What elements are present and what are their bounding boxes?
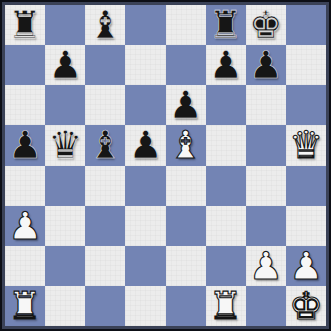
- square-c1[interactable]: [85, 286, 125, 326]
- square-e7[interactable]: [166, 45, 206, 85]
- square-b2[interactable]: [45, 246, 85, 286]
- black-bishop[interactable]: ♝: [88, 5, 122, 45]
- square-g8[interactable]: ♚: [246, 5, 286, 45]
- square-e1[interactable]: [166, 286, 206, 326]
- square-f6[interactable]: [206, 85, 246, 125]
- square-b3[interactable]: [45, 206, 85, 246]
- square-b4[interactable]: [45, 166, 85, 206]
- square-f5[interactable]: [206, 125, 246, 165]
- square-e2[interactable]: [166, 246, 206, 286]
- square-e6[interactable]: ♟: [166, 85, 206, 125]
- black-bishop[interactable]: ♝: [88, 125, 122, 165]
- black-rook[interactable]: ♜: [8, 5, 42, 45]
- square-c7[interactable]: [85, 45, 125, 85]
- square-h7[interactable]: [286, 45, 326, 85]
- black-pawn[interactable]: ♟: [128, 125, 162, 165]
- square-c6[interactable]: [85, 85, 125, 125]
- white-bishop[interactable]: ♝: [169, 125, 203, 165]
- square-f1[interactable]: ♜: [206, 286, 246, 326]
- square-f4[interactable]: [206, 166, 246, 206]
- square-b1[interactable]: [45, 286, 85, 326]
- chess-board: ♜♝♜♚♟♟♟♟♟♛♝♟♝♛♟♟♟♜♜♚: [5, 5, 326, 326]
- white-rook[interactable]: ♜: [209, 286, 243, 326]
- square-f7[interactable]: ♟: [206, 45, 246, 85]
- white-pawn[interactable]: ♟: [8, 206, 42, 246]
- square-a1[interactable]: ♜: [5, 286, 45, 326]
- square-e3[interactable]: [166, 206, 206, 246]
- square-b8[interactable]: [45, 5, 85, 45]
- black-pawn[interactable]: ♟: [8, 125, 42, 165]
- square-a6[interactable]: [5, 85, 45, 125]
- white-rook[interactable]: ♜: [8, 286, 42, 326]
- black-rook[interactable]: ♜: [209, 5, 243, 45]
- square-a4[interactable]: [5, 166, 45, 206]
- square-b5[interactable]: ♛: [45, 125, 85, 165]
- square-a8[interactable]: ♜: [5, 5, 45, 45]
- black-king[interactable]: ♚: [249, 5, 283, 45]
- square-h8[interactable]: [286, 5, 326, 45]
- square-b6[interactable]: [45, 85, 85, 125]
- square-f8[interactable]: ♜: [206, 5, 246, 45]
- square-d2[interactable]: [125, 246, 165, 286]
- square-h1[interactable]: ♚: [286, 286, 326, 326]
- square-f3[interactable]: [206, 206, 246, 246]
- black-pawn[interactable]: ♟: [249, 45, 283, 85]
- square-d4[interactable]: [125, 166, 165, 206]
- square-g7[interactable]: ♟: [246, 45, 286, 85]
- square-a3[interactable]: ♟: [5, 206, 45, 246]
- square-c4[interactable]: [85, 166, 125, 206]
- square-d7[interactable]: [125, 45, 165, 85]
- square-f2[interactable]: [206, 246, 246, 286]
- square-d5[interactable]: ♟: [125, 125, 165, 165]
- chess-board-frame: ♜♝♜♚♟♟♟♟♟♛♝♟♝♛♟♟♟♜♜♚: [0, 0, 331, 331]
- square-g4[interactable]: [246, 166, 286, 206]
- white-pawn[interactable]: ♟: [289, 246, 323, 286]
- square-d8[interactable]: [125, 5, 165, 45]
- square-g3[interactable]: [246, 206, 286, 246]
- square-c3[interactable]: [85, 206, 125, 246]
- white-pawn[interactable]: ♟: [249, 246, 283, 286]
- square-d3[interactable]: [125, 206, 165, 246]
- square-c2[interactable]: [85, 246, 125, 286]
- square-d1[interactable]: [125, 286, 165, 326]
- square-b7[interactable]: ♟: [45, 45, 85, 85]
- square-c5[interactable]: ♝: [85, 125, 125, 165]
- black-queen[interactable]: ♛: [48, 125, 82, 165]
- square-g1[interactable]: [246, 286, 286, 326]
- white-queen[interactable]: ♛: [289, 125, 323, 165]
- black-pawn[interactable]: ♟: [169, 85, 203, 125]
- square-h5[interactable]: ♛: [286, 125, 326, 165]
- square-g5[interactable]: [246, 125, 286, 165]
- square-h2[interactable]: ♟: [286, 246, 326, 286]
- black-pawn[interactable]: ♟: [48, 45, 82, 85]
- square-e8[interactable]: [166, 5, 206, 45]
- black-pawn[interactable]: ♟: [209, 45, 243, 85]
- square-h4[interactable]: [286, 166, 326, 206]
- square-a7[interactable]: [5, 45, 45, 85]
- square-g2[interactable]: ♟: [246, 246, 286, 286]
- white-king[interactable]: ♚: [289, 286, 323, 326]
- square-a2[interactable]: [5, 246, 45, 286]
- square-d6[interactable]: [125, 85, 165, 125]
- square-h3[interactable]: [286, 206, 326, 246]
- square-c8[interactable]: ♝: [85, 5, 125, 45]
- square-e4[interactable]: [166, 166, 206, 206]
- square-a5[interactable]: ♟: [5, 125, 45, 165]
- square-h6[interactable]: [286, 85, 326, 125]
- square-e5[interactable]: ♝: [166, 125, 206, 165]
- square-g6[interactable]: [246, 85, 286, 125]
